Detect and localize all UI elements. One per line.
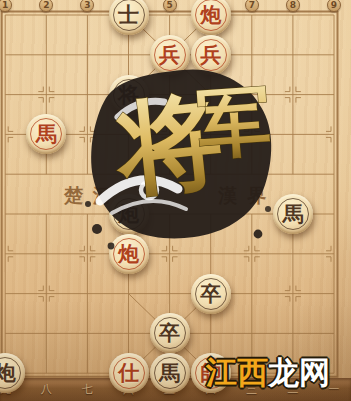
piece-red-horse[interactable]: 馬 xyxy=(26,114,66,154)
piece-label: 兵 xyxy=(159,41,180,69)
piece-black-horse[interactable]: 馬 xyxy=(273,194,313,234)
piece-label: 将 xyxy=(118,81,139,109)
piece-label: 馬 xyxy=(159,359,180,387)
watermark-part2: 龙网 xyxy=(268,354,330,390)
piece-label: 卒 xyxy=(159,319,180,347)
piece-label: 馬 xyxy=(36,120,57,148)
piece-label: 馬 xyxy=(282,200,303,228)
piece-label: 炮 xyxy=(200,1,221,29)
piece-label: 炮 xyxy=(0,359,16,387)
piece-label: 兵 xyxy=(200,41,221,69)
piece-label: 炮 xyxy=(118,200,139,228)
piece-red-soldier[interactable]: 兵 xyxy=(150,35,190,75)
pieces-layer: 士炮兵兵将馬炮馬炮卒卒炮仕馬帥 xyxy=(0,0,351,401)
piece-black-soldier[interactable]: 卒 xyxy=(191,274,231,314)
xiangqi-board[interactable]: 123456789 九八七六五四三二一 楚河 漢界 士炮兵兵将馬炮馬炮卒卒炮仕馬… xyxy=(0,0,351,401)
piece-black-cannon[interactable]: 炮 xyxy=(109,194,149,234)
piece-label: 士 xyxy=(118,1,139,29)
piece-black-general[interactable]: 将 xyxy=(109,75,149,115)
watermark: 江西龙网 xyxy=(206,352,351,392)
piece-black-soldier[interactable]: 卒 xyxy=(150,313,190,353)
piece-red-cannon[interactable]: 炮 xyxy=(109,234,149,274)
watermark-part1: 江西 xyxy=(206,354,268,390)
piece-red-cannon[interactable]: 炮 xyxy=(191,0,231,35)
piece-label: 仕 xyxy=(118,359,139,387)
piece-label: 炮 xyxy=(118,240,139,268)
piece-black-horse[interactable]: 馬 xyxy=(150,353,190,393)
piece-black-advisor[interactable]: 士 xyxy=(109,0,149,35)
piece-black-cannon[interactable]: 炮 xyxy=(0,353,25,393)
piece-red-soldier[interactable]: 兵 xyxy=(191,35,231,75)
piece-label: 卒 xyxy=(200,280,221,308)
piece-red-advisor[interactable]: 仕 xyxy=(109,353,149,393)
